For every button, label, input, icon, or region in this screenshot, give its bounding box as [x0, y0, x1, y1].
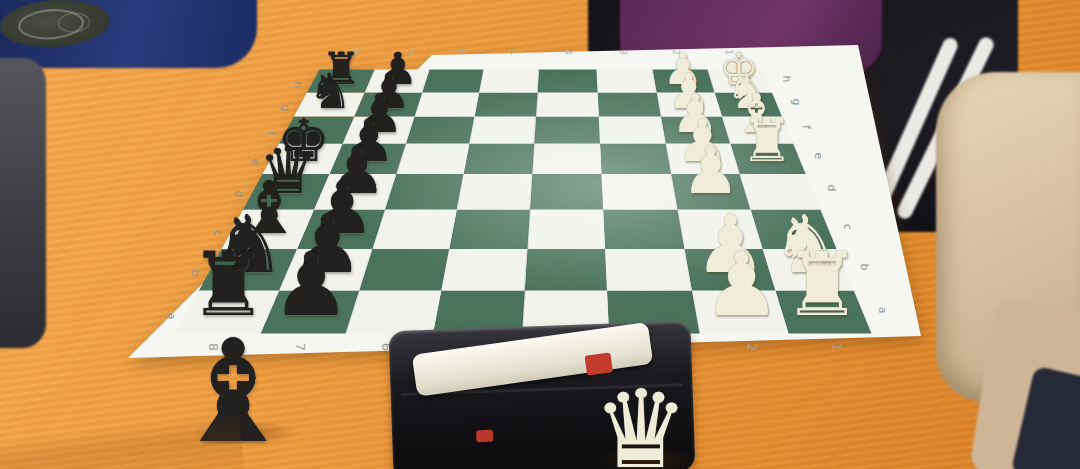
- rank-label-top-5: 5: [507, 49, 517, 55]
- square-h3: [597, 70, 657, 93]
- file-label-right-d: d: [825, 185, 838, 192]
- piece-black-pawn-a7: ♟: [272, 241, 351, 329]
- file-label-right-a: a: [875, 307, 888, 314]
- square-g5: [475, 93, 538, 117]
- square-g3: [598, 93, 661, 117]
- piece-white-pawn-a2: ♟: [702, 241, 781, 329]
- rank-label-top-4: 4: [563, 49, 573, 55]
- rank-label-bottom-1: 1: [829, 343, 844, 351]
- square-h5: [479, 70, 539, 93]
- square-b6: [359, 249, 449, 291]
- rank-label-bottom-2: 2: [745, 343, 760, 351]
- file-label-right-e: e: [812, 153, 825, 160]
- square-c4: [527, 210, 605, 250]
- square-d5: [457, 174, 533, 210]
- square-c6: [372, 210, 456, 250]
- square-f5: [469, 117, 536, 144]
- piece-white-rook-e1: ♜: [741, 112, 794, 171]
- square-d3: [601, 174, 677, 210]
- rank-label-top-3: 3: [618, 49, 628, 55]
- file-label-left-h: h: [291, 82, 304, 89]
- photo-scene: 1122334455667788aabbccddeeffgghh ♜♞♝♛♚♞♜…: [0, 0, 1080, 469]
- square-c3: [603, 210, 684, 250]
- rank-label-top-6: 6: [457, 49, 467, 55]
- square-e4: [532, 144, 601, 175]
- square-f4: [534, 117, 600, 144]
- square-b4: [525, 249, 607, 291]
- square-g6: [415, 93, 480, 117]
- file-label-right-g: g: [789, 99, 802, 106]
- captured-black-bishop-icon: ♝: [169, 321, 296, 463]
- piece-white-rook-a1: ♜: [783, 241, 862, 329]
- square-g4: [536, 93, 599, 117]
- file-label-right-h: h: [780, 76, 793, 83]
- square-f6: [406, 117, 475, 144]
- piece-white-pawn-d2: ♟: [682, 139, 740, 204]
- file-label-right-f: f: [800, 125, 813, 129]
- square-d4: [530, 174, 603, 210]
- clock-red-indicator: [476, 430, 493, 443]
- square-b5: [441, 249, 527, 291]
- square-f3: [599, 117, 666, 144]
- square-e5: [464, 144, 535, 175]
- square-h4: [538, 70, 598, 93]
- captured-white-queen-icon: ♛: [593, 376, 690, 469]
- file-label-right-c: c: [841, 224, 854, 230]
- square-a6: [346, 291, 442, 334]
- square-e3: [600, 144, 671, 175]
- piece-black-rook-a8: ♜: [189, 241, 268, 329]
- square-h6: [422, 70, 483, 93]
- square-b3: [605, 249, 692, 291]
- square-e6: [396, 144, 469, 175]
- square-c5: [449, 210, 530, 250]
- square-d6: [385, 174, 464, 210]
